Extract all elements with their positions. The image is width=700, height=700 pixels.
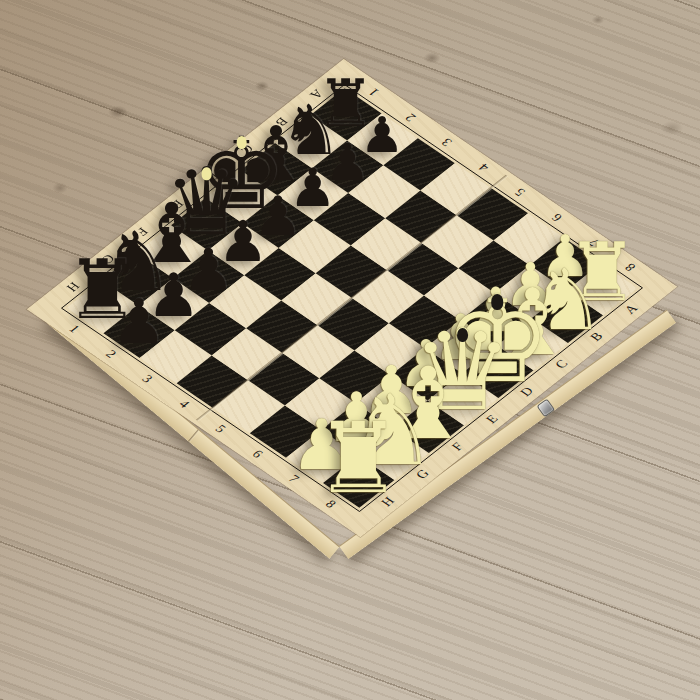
black-pawn-glyph: ♟ — [111, 292, 166, 354]
queen-finial-tip — [457, 328, 468, 343]
king-finial-tip — [236, 136, 246, 149]
piece-white-rook-h8[interactable]: ♜ — [315, 410, 402, 508]
piece-black-pawn-h2[interactable]: ♟ — [111, 292, 166, 354]
white-rook-glyph: ♜ — [315, 410, 402, 508]
queen-finial-tip — [202, 168, 211, 180]
